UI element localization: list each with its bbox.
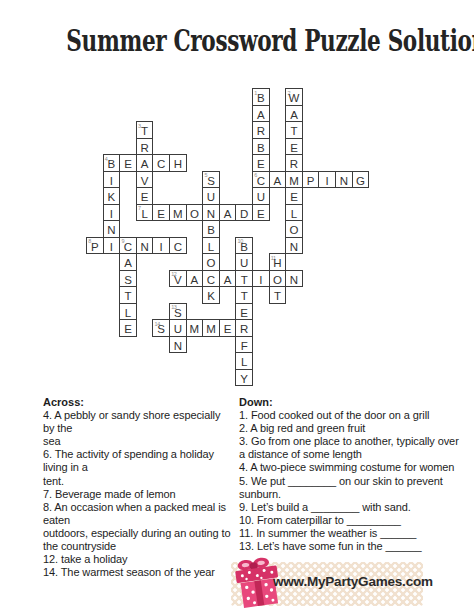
cell-letter: R xyxy=(236,323,252,336)
grid-cell: 10B xyxy=(235,237,253,255)
cell-letter: T xyxy=(236,274,252,287)
cell-letter: M xyxy=(286,175,302,188)
grid-cell: I xyxy=(103,204,121,222)
cell-letter: M xyxy=(203,323,219,336)
cell-letter: N xyxy=(286,241,302,254)
grid-cell: 3T xyxy=(136,121,154,139)
grid-cell: U xyxy=(202,187,220,205)
cell-letter: A xyxy=(220,208,236,221)
cell-letter: G xyxy=(353,175,369,188)
grid-cell: U xyxy=(252,187,270,205)
clue-line: 4. A two-piece swimming costume for wome… xyxy=(239,461,459,474)
grid-cell: 11H xyxy=(269,253,287,271)
cell-letter: E xyxy=(253,208,269,221)
cell-letter: E xyxy=(286,142,302,155)
grid-cell: A xyxy=(252,105,270,123)
footer-url: www.MyPartyGames.com xyxy=(273,574,433,589)
cell-letter: N xyxy=(286,274,302,287)
grid-cell: A xyxy=(219,204,237,222)
cell-letter: W xyxy=(286,92,302,105)
grid-cell: I xyxy=(103,171,121,189)
grid-cell: V xyxy=(136,171,154,189)
cell-letter: L xyxy=(203,241,219,254)
grid-cell: O xyxy=(202,253,220,271)
cell-letter: I xyxy=(104,208,120,221)
grid-cell: 8P xyxy=(86,237,104,255)
clue-line: 4. A pebbly or sandy shore especially xyxy=(43,409,230,422)
grid-cell: S xyxy=(119,270,137,288)
grid-cell: 5S xyxy=(202,171,220,189)
grid-cell: 2W xyxy=(285,88,303,106)
grid-cell: B xyxy=(252,138,270,156)
cell-letter: P xyxy=(87,241,103,254)
cell-letter: V xyxy=(137,175,153,188)
clue-line: 13. Let’s have some fun in the ______ xyxy=(239,540,459,553)
grid-cell: N xyxy=(285,270,303,288)
grid-cell: G xyxy=(352,171,370,189)
grid-cell: K xyxy=(103,187,121,205)
cell-letter: T xyxy=(236,290,252,303)
cell-letter: S xyxy=(203,175,219,188)
cell-letter: N xyxy=(170,340,186,353)
cell-letter: A xyxy=(137,158,153,171)
grid-cell: 9C xyxy=(119,237,137,255)
grid-cell: B xyxy=(202,220,220,238)
cell-letter: L xyxy=(137,208,153,221)
grid-cell: U xyxy=(235,253,253,271)
cell-letter: V xyxy=(170,274,186,287)
grid-cell: A xyxy=(186,270,204,288)
grid-cell: I xyxy=(318,171,336,189)
cell-letter: F xyxy=(236,340,252,353)
grid-cell: I xyxy=(252,270,270,288)
clue-line: 2. A big red and green fruit xyxy=(239,422,459,435)
page-title: Summer Crossword Puzzle Solution xyxy=(66,23,407,58)
clue-line: 7. Beverage made of lemon xyxy=(43,488,230,501)
cell-letter: S xyxy=(120,274,136,287)
cell-letter: B xyxy=(253,142,269,155)
cell-letter: T xyxy=(137,125,153,138)
clue-line: by the xyxy=(43,422,230,435)
grid-cell: F xyxy=(235,336,253,354)
grid-cell: U xyxy=(169,319,187,337)
grid-cell: R xyxy=(252,121,270,139)
cell-letter: I xyxy=(319,175,335,188)
clue-line: 8. An occasion when a packed meal is xyxy=(43,501,230,514)
across-clue-lines: 4. A pebbly or sandy shore especiallyby … xyxy=(43,409,230,579)
grid-cell: 1B xyxy=(252,88,270,106)
cell-letter: B xyxy=(203,224,219,237)
grid-cell: A xyxy=(136,154,154,172)
cell-letter: N xyxy=(137,241,153,254)
grid-cell: 7L xyxy=(136,204,154,222)
grid-cell: A xyxy=(119,253,137,271)
grid-cell: R xyxy=(285,154,303,172)
clue-line: sunburn. xyxy=(239,488,459,501)
cell-letter: E xyxy=(220,323,236,336)
grid-cell: I xyxy=(152,237,170,255)
cell-letter: C xyxy=(153,158,169,171)
cell-letter: A xyxy=(220,274,236,287)
down-heading: Down: xyxy=(239,396,459,409)
clue-line: 12. take a holiday xyxy=(43,553,230,566)
grid-cell: E xyxy=(219,319,237,337)
cell-letter: L xyxy=(120,307,136,320)
grid-cell: T xyxy=(119,286,137,304)
cell-letter: E xyxy=(120,323,136,336)
grid-cell: M xyxy=(285,171,303,189)
grid-cell: N xyxy=(136,237,154,255)
cell-letter: B xyxy=(236,241,252,254)
clue-line: sea xyxy=(43,435,230,448)
cell-letter: H xyxy=(270,257,286,270)
grid-cell: E xyxy=(252,154,270,172)
clue-line: 10. From caterpillar to _________ xyxy=(239,514,459,527)
grid-cell: A xyxy=(285,105,303,123)
cell-letter: P xyxy=(303,175,319,188)
grid-cell: 14S xyxy=(152,319,170,337)
clue-line: tent. xyxy=(43,475,230,488)
grid-cell: 12V xyxy=(169,270,187,288)
footer-banner: www.MyPartyGames.com xyxy=(231,562,423,606)
cell-letter: B xyxy=(253,92,269,105)
cell-letter: T xyxy=(120,290,136,303)
grid-cell: H xyxy=(169,154,187,172)
grid-cell: A xyxy=(269,171,287,189)
grid-cell: C xyxy=(169,237,187,255)
cell-letter: E xyxy=(253,158,269,171)
grid-cell: T xyxy=(285,121,303,139)
down-clues-section: Down: 1. Food cooked out of the door on … xyxy=(239,396,459,553)
grid-cell: 6C xyxy=(252,171,270,189)
cell-letter: C xyxy=(170,241,186,254)
cell-letter: U xyxy=(236,257,252,270)
cell-letter: O xyxy=(286,224,302,237)
cell-letter: T xyxy=(286,125,302,138)
cell-letter: I xyxy=(104,175,120,188)
grid-cell: M xyxy=(169,204,187,222)
cell-letter: K xyxy=(104,191,120,204)
grid-cell: T xyxy=(235,286,253,304)
grid-cell: N xyxy=(285,237,303,255)
clue-line: the countryside xyxy=(43,540,230,553)
clue-line: 5. We put ________ on our skin to preven… xyxy=(239,475,459,488)
cell-letter: M xyxy=(187,323,203,336)
grid-cell: M xyxy=(186,319,204,337)
cell-letter: E xyxy=(236,307,252,320)
grid-cell: E xyxy=(235,303,253,321)
grid-cell: I xyxy=(103,237,121,255)
cell-letter: E xyxy=(137,191,153,204)
grid-cell: R xyxy=(235,319,253,337)
grid-cell: L xyxy=(285,204,303,222)
grid-cell: P xyxy=(302,171,320,189)
grid-cell: E xyxy=(136,187,154,205)
worksheet-page: Summer Crossword Puzzle Solution 1B2WAA3… xyxy=(0,0,474,613)
across-clues-section: Across: 4. A pebbly or sandy shore espec… xyxy=(43,396,230,579)
grid-cell: E xyxy=(252,204,270,222)
grid-cell: O xyxy=(285,220,303,238)
clue-line: living in a xyxy=(43,461,230,474)
clue-line: 9. Let’s build a ________ with sand. xyxy=(239,501,459,514)
cell-letter: U xyxy=(253,191,269,204)
grid-cell: E xyxy=(285,187,303,205)
cell-letter: R xyxy=(286,158,302,171)
cell-letter: S xyxy=(153,323,169,336)
clue-line: 6. The activity of spending a holiday xyxy=(43,448,230,461)
cell-letter: L xyxy=(286,208,302,221)
cell-letter: A xyxy=(253,109,269,122)
grid-cell: K xyxy=(202,286,220,304)
grid-cell: C xyxy=(202,270,220,288)
clue-line: eaten xyxy=(43,514,230,527)
grid-cell: T xyxy=(269,286,287,304)
cell-letter: A xyxy=(286,109,302,122)
grid-cell: T xyxy=(235,270,253,288)
grid-cell: 13S xyxy=(169,303,187,321)
cell-letter: S xyxy=(170,307,186,320)
grid-cell: 4B xyxy=(103,154,121,172)
cell-letter: N xyxy=(336,175,352,188)
cell-letter: O xyxy=(203,257,219,270)
cell-letter: T xyxy=(270,290,286,303)
clue-line: outdoors, especially during an outing to xyxy=(43,527,230,540)
cell-letter: O xyxy=(187,208,203,221)
clue-line: a distance of some length xyxy=(239,448,459,461)
cell-letter: K xyxy=(203,290,219,303)
cell-letter: U xyxy=(203,191,219,204)
cell-letter: A xyxy=(187,274,203,287)
clue-line: 1. Food cooked out of the door on a gril… xyxy=(239,409,459,422)
grid-cell: N xyxy=(202,204,220,222)
cell-letter: C xyxy=(120,241,136,254)
cell-letter: E xyxy=(153,208,169,221)
cell-letter: D xyxy=(236,208,252,221)
grid-cell: N xyxy=(335,171,353,189)
across-heading: Across: xyxy=(43,396,230,409)
cell-letter: H xyxy=(170,158,186,171)
cell-letter: A xyxy=(120,257,136,270)
cell-letter: A xyxy=(270,175,286,188)
cell-letter: L xyxy=(236,356,252,369)
cell-letter: B xyxy=(104,158,120,171)
cell-letter: Y xyxy=(236,373,252,386)
grid-cell: E xyxy=(285,138,303,156)
grid-cell: D xyxy=(235,204,253,222)
clue-line: 11. In summer the weather is ______ xyxy=(239,527,459,540)
cell-letter: I xyxy=(104,241,120,254)
cell-letter: C xyxy=(203,274,219,287)
grid-cell: L xyxy=(235,352,253,370)
grid-cell: O xyxy=(186,204,204,222)
grid-cell: A xyxy=(219,270,237,288)
cell-letter: I xyxy=(253,274,269,287)
grid-cell: L xyxy=(119,303,137,321)
cell-letter: N xyxy=(203,208,219,221)
clue-line: 14. The warmest season of the year xyxy=(43,566,230,579)
cell-letter: R xyxy=(137,142,153,155)
cell-letter: E xyxy=(120,158,136,171)
cell-letter: O xyxy=(270,274,286,287)
cell-letter: N xyxy=(104,224,120,237)
grid-cell: E xyxy=(119,319,137,337)
cell-letter: C xyxy=(253,175,269,188)
cell-letter: I xyxy=(153,241,169,254)
cell-letter: R xyxy=(253,125,269,138)
grid-cell: M xyxy=(202,319,220,337)
crossword-grid: 1B2WAA3TRTRBE4BEACHERIV5S6CAMPINGKEUUEI7… xyxy=(86,88,370,386)
grid-cell: C xyxy=(152,154,170,172)
grid-cell: O xyxy=(269,270,287,288)
grid-cell: Y xyxy=(235,369,253,387)
grid-cell: N xyxy=(103,220,121,238)
grid-cell: N xyxy=(169,336,187,354)
cell-letter: U xyxy=(170,323,186,336)
grid-cell: R xyxy=(136,138,154,156)
cell-letter: E xyxy=(286,191,302,204)
grid-cell: E xyxy=(119,154,137,172)
grid-cell: E xyxy=(152,204,170,222)
grid-cell: L xyxy=(202,237,220,255)
down-clue-lines: 1. Food cooked out of the door on a gril… xyxy=(239,409,459,553)
clue-line: 3. Go from one place to another, typical… xyxy=(239,435,459,448)
cell-letter: M xyxy=(170,208,186,221)
